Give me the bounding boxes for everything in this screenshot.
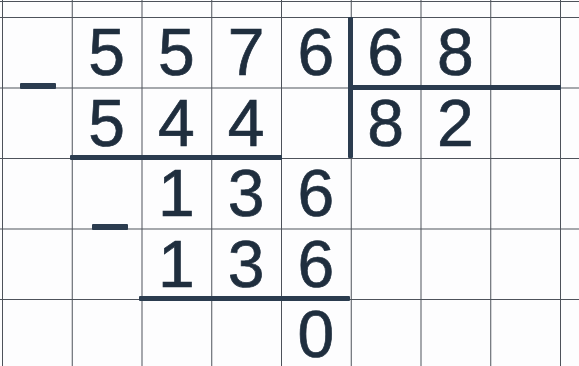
division-bracket-horizontal-line bbox=[348, 85, 561, 90]
cell-r4-c3: 1 bbox=[142, 229, 212, 300]
cell-r1-c5: 6 bbox=[281, 17, 351, 88]
cell-r1-c6: 6 bbox=[351, 17, 421, 88]
minus-sign-first-subtraction bbox=[20, 83, 56, 89]
cell-r3-c3: 1 bbox=[142, 158, 212, 229]
underline-136 bbox=[139, 296, 350, 301]
long-division-worksheet-board: 557668544821361360 bbox=[0, 0, 579, 366]
digit-grid: 557668544821361360 bbox=[0, 0, 579, 366]
cell-r2-c2: 5 bbox=[72, 88, 142, 159]
cell-r3-c4: 3 bbox=[211, 158, 281, 229]
cell-r4-c4: 3 bbox=[211, 229, 281, 300]
cell-r4-c5: 6 bbox=[281, 229, 351, 300]
cell-r2-c7: 2 bbox=[421, 88, 491, 159]
cell-r1-c7: 8 bbox=[421, 17, 491, 88]
cell-r5-c5: 0 bbox=[281, 299, 351, 366]
cell-r1-c4: 7 bbox=[211, 17, 281, 88]
cell-r2-c3: 4 bbox=[142, 88, 212, 159]
minus-sign-second-subtraction bbox=[92, 224, 128, 230]
cell-r1-c2: 5 bbox=[72, 17, 142, 88]
cell-r2-c4: 4 bbox=[211, 88, 281, 159]
cell-r3-c5: 6 bbox=[281, 158, 351, 229]
underline-544 bbox=[70, 155, 282, 160]
cell-r2-c6: 8 bbox=[351, 88, 421, 159]
cell-r1-c3: 5 bbox=[142, 17, 212, 88]
